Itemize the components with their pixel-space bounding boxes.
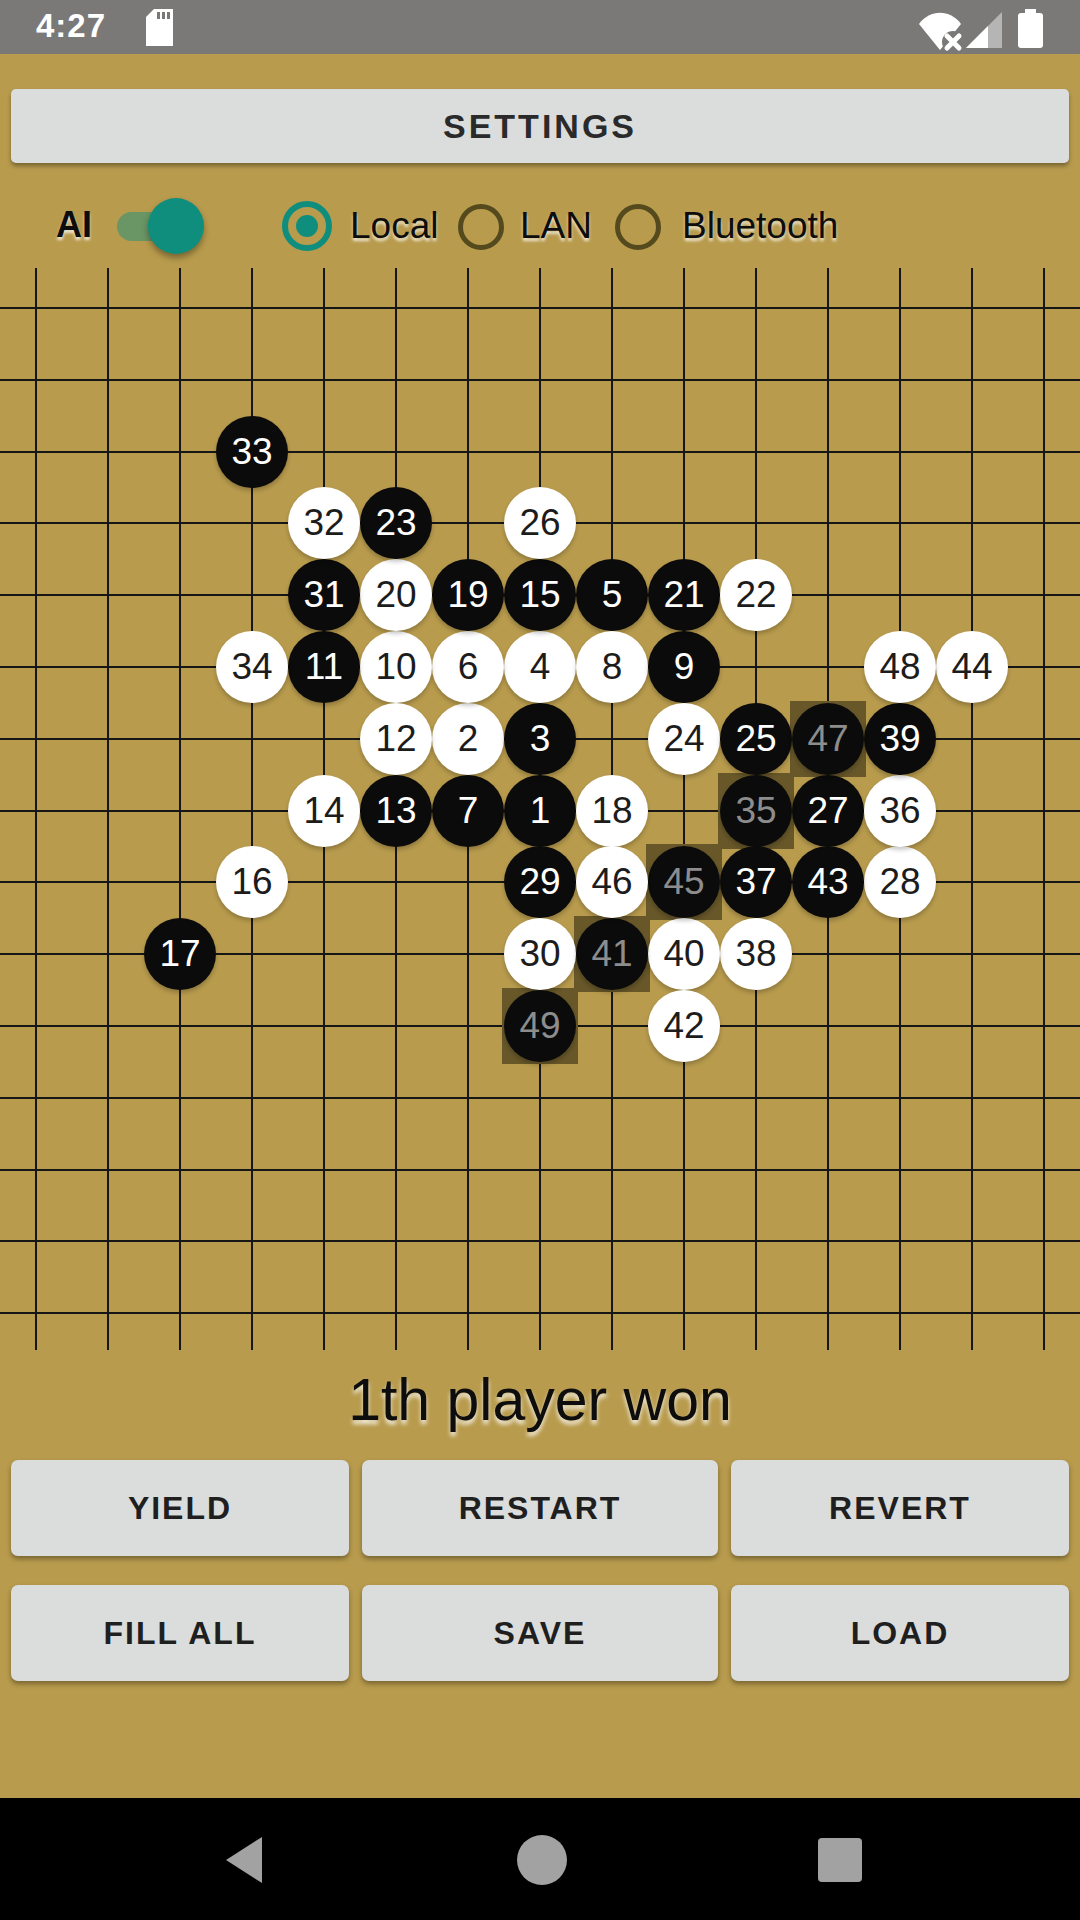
stone-19: 19 [432,559,504,631]
settings-button[interactable]: SETTINGS [11,89,1069,163]
stone-23: 23 [360,487,432,559]
stone-28: 28 [864,846,936,918]
stone-14: 14 [288,775,360,847]
stone-16: 16 [216,846,288,918]
stone-38: 38 [720,918,792,990]
revert-button[interactable]: REVERT [731,1460,1069,1556]
stone-26: 26 [504,487,576,559]
sdcard-icon [146,9,173,46]
stone-39: 39 [864,703,936,775]
signal-icon [966,12,1002,48]
grid-line-vertical [35,268,37,1350]
stone-18: 18 [576,775,648,847]
stone-2: 2 [432,703,504,775]
stone-24: 24 [648,703,720,775]
stone-17: 17 [144,918,216,990]
stone-9: 9 [648,631,720,703]
stone-40: 40 [648,918,720,990]
android-nav-bar [0,1798,1080,1920]
grid-line-vertical [107,268,109,1350]
stone-6: 6 [432,631,504,703]
ai-label: AI [56,204,92,246]
grid-line-vertical [971,268,973,1350]
stone-3: 3 [504,703,576,775]
stone-48: 48 [864,631,936,703]
stone-34: 34 [216,631,288,703]
stone-47: 47 [792,703,864,775]
status-bar: 4:27 [0,0,1080,54]
battery-icon [1018,9,1043,48]
stone-25: 25 [720,703,792,775]
radio-lan[interactable] [458,204,504,250]
stone-42: 42 [648,990,720,1062]
save-button[interactable]: SAVE [362,1585,718,1681]
stone-7: 7 [432,775,504,847]
stone-22: 22 [720,559,792,631]
stone-5: 5 [576,559,648,631]
home-icon[interactable] [517,1835,567,1885]
radio-local[interactable] [282,201,332,251]
ai-toggle-thumb[interactable] [148,198,204,254]
stone-8: 8 [576,631,648,703]
game-result-text: 1th player won [0,1366,1080,1434]
stone-43: 43 [792,846,864,918]
stone-31: 31 [288,559,360,631]
radio-local-label[interactable]: Local [350,205,438,247]
radio-lan-label[interactable]: LAN [520,205,592,247]
stone-49: 49 [504,990,576,1062]
stone-20: 20 [360,559,432,631]
stone-29: 29 [504,846,576,918]
wifi-off-icon [918,11,966,53]
load-button[interactable]: LOAD [731,1585,1069,1681]
stone-12: 12 [360,703,432,775]
fill-all-button[interactable]: FILL ALL [11,1585,349,1681]
stone-10: 10 [360,631,432,703]
restart-button[interactable]: RESTART [362,1460,718,1556]
stone-33: 33 [216,416,288,488]
stone-27: 27 [792,775,864,847]
stone-4: 4 [504,631,576,703]
stone-45: 45 [648,846,720,918]
radio-bluetooth-label[interactable]: Bluetooth [682,205,838,247]
yield-button[interactable]: YIELD [11,1460,349,1556]
gomoku-board[interactable]: 1234567891011121314151617181920212223242… [0,268,1080,1350]
stone-32: 32 [288,487,360,559]
stone-15: 15 [504,559,576,631]
stone-41: 41 [576,918,648,990]
stone-13: 13 [360,775,432,847]
grid-line-vertical [1043,268,1045,1350]
stone-35: 35 [720,775,792,847]
grid-line-vertical [683,268,685,1350]
stone-21: 21 [648,559,720,631]
stone-46: 46 [576,846,648,918]
back-icon[interactable] [226,1837,262,1883]
grid-line-vertical [179,268,181,1350]
recents-icon[interactable] [818,1838,862,1882]
stone-11: 11 [288,631,360,703]
clock: 4:27 [36,7,106,45]
stone-1: 1 [504,775,576,847]
stone-36: 36 [864,775,936,847]
radio-bluetooth[interactable] [615,204,661,250]
stone-44: 44 [936,631,1008,703]
stone-37: 37 [720,846,792,918]
stone-30: 30 [504,918,576,990]
